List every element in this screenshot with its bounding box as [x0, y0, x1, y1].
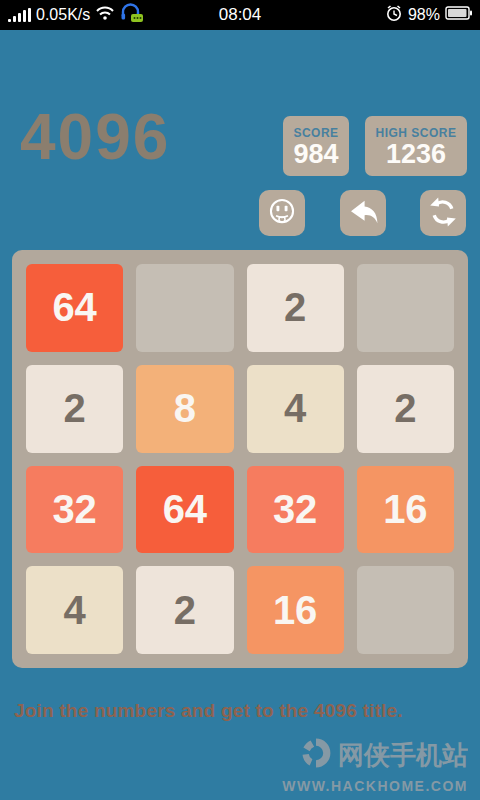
- watermark: 网侠手机站 WWW.HACKHOME.COM: [282, 735, 468, 794]
- tile-32: 32: [26, 466, 123, 554]
- score-value: 984: [293, 140, 338, 169]
- tile-4: 4: [26, 566, 123, 654]
- tile-16: 16: [357, 466, 454, 554]
- empty-cell: [357, 264, 454, 352]
- alarm-clock-icon: [385, 4, 403, 26]
- undo-arrow-icon: [347, 197, 379, 230]
- high-score-box: HIGH SCORE 1236: [365, 116, 467, 176]
- empty-cell: [357, 566, 454, 654]
- signal-strength-icon: [8, 8, 31, 22]
- wifi-icon: [95, 5, 115, 25]
- score-label: SCORE: [293, 126, 338, 140]
- score-box: SCORE 984: [283, 116, 349, 176]
- tile-2: 2: [357, 365, 454, 453]
- restart-button[interactable]: [420, 190, 466, 236]
- watermark-site-url: WWW.HACKHOME.COM: [282, 778, 468, 794]
- headset-notification-icon: [120, 3, 144, 27]
- tile-2: 2: [247, 264, 344, 352]
- smiley-tongue-icon: [265, 195, 299, 232]
- high-score-label: HIGH SCORE: [375, 126, 456, 140]
- tile-2: 2: [136, 566, 233, 654]
- board[interactable]: 6422842326432164216: [12, 250, 468, 668]
- tile-16: 16: [247, 566, 344, 654]
- game-title: 4096: [20, 100, 170, 174]
- undo-button[interactable]: [340, 190, 386, 236]
- toolbar: [259, 190, 466, 236]
- tile-64: 64: [26, 264, 123, 352]
- emoji-button[interactable]: [259, 190, 305, 236]
- network-speed: 0.05K/s: [36, 6, 90, 24]
- restart-refresh-icon: [427, 196, 459, 231]
- tile-32: 32: [247, 466, 344, 554]
- battery-percent: 98%: [408, 6, 440, 24]
- tile-64: 64: [136, 466, 233, 554]
- tile-8: 8: [136, 365, 233, 453]
- empty-cell: [136, 264, 233, 352]
- instruction-text: Join the numbers and get to the 4096 tit…: [0, 700, 480, 722]
- tile-2: 2: [26, 365, 123, 453]
- battery-icon: [445, 6, 472, 24]
- tile-4: 4: [247, 365, 344, 453]
- high-score-value: 1236: [386, 140, 446, 169]
- status-bar: 0.05K/s 08:04: [0, 0, 480, 30]
- watermark-site-name: 网侠手机站: [338, 738, 468, 773]
- watermark-logo-icon: [298, 735, 334, 775]
